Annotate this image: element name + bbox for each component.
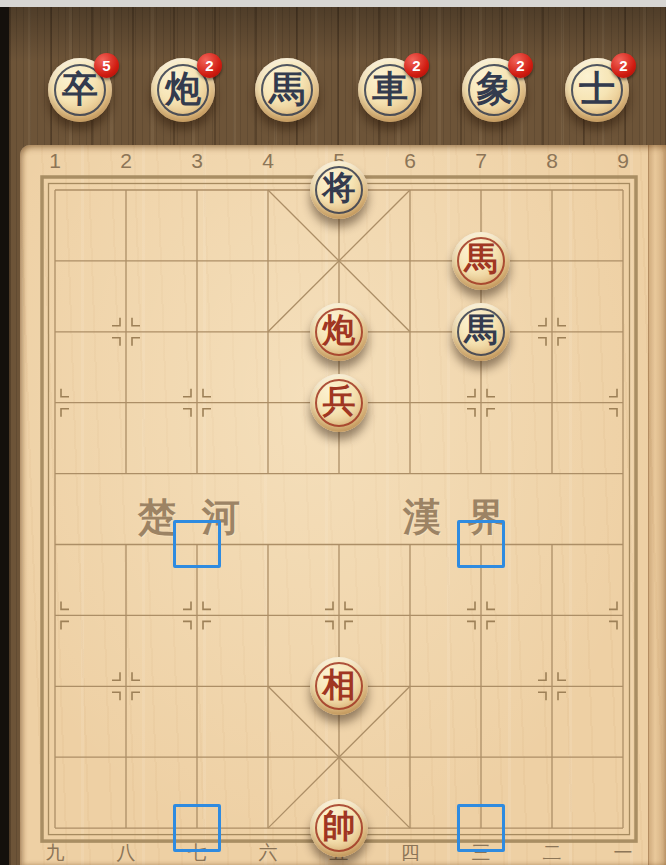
intersection-f7-r1[interactable] [446,155,517,226]
intersection-f4-r1[interactable] [233,155,304,226]
intersection-f4-r4[interactable] [233,367,304,438]
window-top-strip [0,0,666,7]
intersection-f8-r6[interactable] [517,509,588,580]
intersection-f9-r7[interactable] [588,580,659,651]
intersection-f7-r9[interactable] [446,722,517,793]
move-highlight-square [457,520,505,568]
captured-count-badge: 2 [611,53,636,78]
intersection-f3-r2[interactable] [162,225,233,296]
intersection-f2-r9[interactable] [91,722,162,793]
board-intersections: 将馬炮馬兵相帥 [20,155,659,864]
intersection-f2-r8[interactable] [91,651,162,722]
intersection-f2-r10[interactable] [91,793,162,864]
intersection-f2-r6[interactable] [91,509,162,580]
intersection-f8-r2[interactable] [517,225,588,296]
intersection-f5-r1[interactable]: 将 [304,155,375,226]
intersection-f6-r2[interactable] [375,225,446,296]
intersection-f6-r9[interactable] [375,722,446,793]
intersection-f3-r3[interactable] [162,296,233,367]
intersection-f1-r6[interactable] [20,509,91,580]
piece-glyph: 象 [476,65,512,114]
intersection-f1-r3[interactable] [20,296,91,367]
captured-black-elephant: 象2 [462,58,526,122]
captured-black-soldier: 卒5 [48,58,112,122]
intersection-f1-r1[interactable] [20,155,91,226]
intersection-f3-r9[interactable] [162,722,233,793]
intersection-f9-r8[interactable] [588,651,659,722]
piece-glyph: 卒 [62,65,98,114]
captured-count-badge: 5 [94,53,119,78]
intersection-f6-r4[interactable] [375,367,446,438]
intersection-f1-r5[interactable] [20,438,91,509]
intersection-f4-r9[interactable] [233,722,304,793]
piece-glyph: 帥 [323,804,356,849]
intersection-f8-r1[interactable] [517,155,588,226]
intersection-f2-r5[interactable] [91,438,162,509]
intersection-f9-r5[interactable] [588,438,659,509]
move-highlight-square [173,520,221,568]
captured-count-badge: 2 [508,53,533,78]
intersection-f1-r4[interactable] [20,367,91,438]
intersection-f5-r6[interactable] [304,509,375,580]
piece-glyph: 馬 [465,308,498,353]
intersection-f3-r8[interactable] [162,651,233,722]
captured-count-badge: 2 [404,53,429,78]
xiangqi-game-screen: 卒5炮2馬車2象2士2 123456789 九八七六五四三二一 楚河 漢界 将馬… [0,0,666,865]
intersection-f7-r10[interactable] [446,793,517,864]
intersection-f3-r4[interactable] [162,367,233,438]
intersection-f3-r7[interactable] [162,580,233,651]
intersection-f5-r4[interactable]: 兵 [304,367,375,438]
intersection-f6-r8[interactable] [375,651,446,722]
intersection-f5-r8[interactable]: 相 [304,651,375,722]
piece-glyph: 炮 [323,308,356,353]
intersection-f7-r2[interactable]: 馬 [446,225,517,296]
piece-black-general[interactable]: 将 [310,161,368,219]
piece-glyph: 馬 [465,237,498,282]
intersection-f8-r7[interactable] [517,580,588,651]
screen-left-edge [0,7,9,865]
intersection-f9-r4[interactable] [588,367,659,438]
captured-count-badge: 2 [197,53,222,78]
intersection-f3-r5[interactable] [162,438,233,509]
intersection-f5-r9[interactable] [304,722,375,793]
intersection-f7-r4[interactable] [446,367,517,438]
intersection-f4-r6[interactable] [233,509,304,580]
intersection-f5-r3[interactable]: 炮 [304,296,375,367]
piece-red-general[interactable]: 帥 [310,799,368,857]
piece-glyph: 炮 [165,65,201,114]
piece-glyph: 馬 [269,65,305,114]
intersection-f2-r3[interactable] [91,296,162,367]
piece-glyph: 将 [323,166,356,211]
intersection-f1-r2[interactable] [20,225,91,296]
intersection-f3-r6[interactable] [162,509,233,580]
intersection-f6-r3[interactable] [375,296,446,367]
intersection-f5-r7[interactable] [304,580,375,651]
intersection-f9-r1[interactable] [588,155,659,226]
piece-glyph: 車 [372,65,408,114]
intersection-f4-r5[interactable] [233,438,304,509]
intersection-f7-r5[interactable] [446,438,517,509]
intersection-f6-r5[interactable] [375,438,446,509]
piece-red-soldier[interactable]: 兵 [310,374,368,432]
intersection-f1-r9[interactable] [20,722,91,793]
intersection-f7-r3[interactable]: 馬 [446,296,517,367]
intersection-f2-r1[interactable] [91,155,162,226]
intersection-f7-r6[interactable] [446,509,517,580]
intersection-f8-r10[interactable] [517,793,588,864]
captured-black-chariot: 車2 [358,58,422,122]
piece-glyph: 士 [579,65,615,114]
piece-black-horse[interactable]: 馬 [452,303,510,361]
intersection-f2-r2[interactable] [91,225,162,296]
piece-red-elephant[interactable]: 相 [310,657,368,715]
intersection-f8-r3[interactable] [517,296,588,367]
intersection-f1-r8[interactable] [20,651,91,722]
move-highlight-square [173,804,221,852]
intersection-f4-r7[interactable] [233,580,304,651]
intersection-f7-r8[interactable] [446,651,517,722]
captured-black-horse: 馬 [255,58,319,122]
intersection-f6-r1[interactable] [375,155,446,226]
intersection-f5-r2[interactable] [304,225,375,296]
intersection-f9-r2[interactable] [588,225,659,296]
intersection-f5-r5[interactable] [304,438,375,509]
intersection-f9-r10[interactable] [588,793,659,864]
captured-black-cannon: 炮2 [151,58,215,122]
piece-glyph: 兵 [323,379,356,424]
intersection-f4-r10[interactable] [233,793,304,864]
captured-pieces-tray: 卒5炮2馬車2象2士2 [9,7,666,145]
intersection-f9-r9[interactable] [588,722,659,793]
piece-red-cannon[interactable]: 炮 [310,303,368,361]
intersection-f8-r9[interactable] [517,722,588,793]
intersection-f2-r4[interactable] [91,367,162,438]
move-highlight-square [457,804,505,852]
intersection-f9-r6[interactable] [588,509,659,580]
intersection-f4-r2[interactable] [233,225,304,296]
intersection-f6-r10[interactable] [375,793,446,864]
piece-red-horse[interactable]: 馬 [452,232,510,290]
intersection-f1-r10[interactable] [20,793,91,864]
intersection-f4-r8[interactable] [233,651,304,722]
intersection-f7-r7[interactable] [446,580,517,651]
intersection-f3-r1[interactable] [162,155,233,226]
intersection-f6-r7[interactable] [375,580,446,651]
intersection-f1-r7[interactable] [20,580,91,651]
xiangqi-board: 123456789 九八七六五四三二一 楚河 漢界 将馬炮馬兵相帥 [20,145,666,865]
intersection-f9-r3[interactable] [588,296,659,367]
intersection-f8-r8[interactable] [517,651,588,722]
intersection-f3-r10[interactable] [162,793,233,864]
intersection-f8-r4[interactable] [517,367,588,438]
intersection-f2-r7[interactable] [91,580,162,651]
intersection-f5-r10[interactable]: 帥 [304,793,375,864]
intersection-f8-r5[interactable] [517,438,588,509]
intersection-f6-r6[interactable] [375,509,446,580]
captured-black-advisor: 士2 [565,58,629,122]
piece-glyph: 相 [323,663,356,708]
intersection-f4-r3[interactable] [233,296,304,367]
